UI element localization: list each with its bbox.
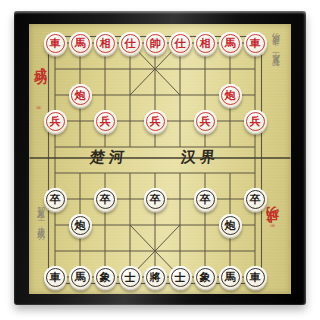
board-surface <box>29 24 291 294</box>
piece-black-車[interactable]: 車 <box>44 266 67 289</box>
piece-character: 炮 <box>221 86 240 105</box>
piece-red-炮[interactable]: 炮 <box>219 84 242 107</box>
piece-character: 卒 <box>46 190 65 209</box>
piece-red-帥[interactable]: 帥 <box>144 32 167 55</box>
piece-character: 兵 <box>46 112 65 131</box>
piece-character: 車 <box>46 34 65 53</box>
piece-character: 帥 <box>146 34 165 53</box>
brand-registered-mark-top-left: ® <box>36 104 41 112</box>
piece-red-馬[interactable]: 馬 <box>69 32 92 55</box>
piece-character: 車 <box>46 268 65 287</box>
piece-character: 兵 <box>146 112 165 131</box>
piece-black-馬[interactable]: 馬 <box>219 266 242 289</box>
piece-black-卒[interactable]: 卒 <box>244 188 267 211</box>
piece-character: 兵 <box>196 112 215 131</box>
slogan-text-bottom-left: 智慧人生 步步成功 <box>34 200 45 227</box>
piece-black-炮[interactable]: 炮 <box>219 214 242 237</box>
piece-black-士[interactable]: 士 <box>119 266 142 289</box>
piece-black-象[interactable]: 象 <box>94 266 117 289</box>
slogan-text-top-right: 智慧人生 步步成功 <box>272 46 283 73</box>
piece-black-士[interactable]: 士 <box>169 266 192 289</box>
piece-character: 將 <box>146 268 165 287</box>
piece-character: 士 <box>121 268 140 287</box>
piece-red-相[interactable]: 相 <box>194 32 217 55</box>
piece-black-卒[interactable]: 卒 <box>44 188 67 211</box>
piece-red-仕[interactable]: 仕 <box>119 32 142 55</box>
piece-character: 卒 <box>246 190 265 209</box>
piece-character: 相 <box>96 34 115 53</box>
piece-red-馬[interactable]: 馬 <box>219 32 242 55</box>
piece-character: 炮 <box>221 216 240 235</box>
piece-character: 兵 <box>246 112 265 131</box>
piece-character: 馬 <box>221 34 240 53</box>
piece-character: 馬 <box>221 268 240 287</box>
piece-character: 兵 <box>96 112 115 131</box>
piece-character: 卒 <box>96 190 115 209</box>
piece-red-兵[interactable]: 兵 <box>94 110 117 133</box>
river-label-left: 楚河 <box>89 148 129 167</box>
piece-character: 士 <box>171 268 190 287</box>
piece-character: 炮 <box>71 86 90 105</box>
piece-character: 車 <box>246 268 265 287</box>
piece-character: 卒 <box>146 190 165 209</box>
piece-black-炮[interactable]: 炮 <box>69 214 92 237</box>
brand-text-top-left: 成功 <box>31 57 49 63</box>
piece-red-兵[interactable]: 兵 <box>144 110 167 133</box>
piece-character: 炮 <box>71 216 90 235</box>
piece-red-車[interactable]: 車 <box>244 32 267 55</box>
river-label-right: 汉界 <box>180 148 220 167</box>
piece-black-卒[interactable]: 卒 <box>194 188 217 211</box>
piece-character: 車 <box>246 34 265 53</box>
xiangqi-set-photo: 楚河 汉界 成功 ® 智慧人生 步步成功 智慧人生 步步成功 成功 ® 車馬相仕… <box>0 0 320 320</box>
piece-black-將[interactable]: 將 <box>144 266 167 289</box>
piece-character: 相 <box>196 34 215 53</box>
piece-red-炮[interactable]: 炮 <box>69 84 92 107</box>
piece-black-象[interactable]: 象 <box>194 266 217 289</box>
piece-character: 馬 <box>71 34 90 53</box>
piece-character: 象 <box>96 268 115 287</box>
piece-black-卒[interactable]: 卒 <box>94 188 117 211</box>
piece-character: 卒 <box>196 190 215 209</box>
piece-character: 馬 <box>71 268 90 287</box>
brand-registered-mark-bottom-right: ® <box>270 222 275 230</box>
piece-red-兵[interactable]: 兵 <box>44 110 67 133</box>
piece-red-兵[interactable]: 兵 <box>244 110 267 133</box>
piece-red-兵[interactable]: 兵 <box>194 110 217 133</box>
piece-character: 仕 <box>121 34 140 53</box>
piece-red-仕[interactable]: 仕 <box>169 32 192 55</box>
piece-character: 仕 <box>171 34 190 53</box>
piece-black-卒[interactable]: 卒 <box>144 188 167 211</box>
piece-character: 象 <box>196 268 215 287</box>
piece-black-車[interactable]: 車 <box>244 266 267 289</box>
piece-red-車[interactable]: 車 <box>44 32 67 55</box>
piece-red-相[interactable]: 相 <box>94 32 117 55</box>
piece-black-馬[interactable]: 馬 <box>69 266 92 289</box>
